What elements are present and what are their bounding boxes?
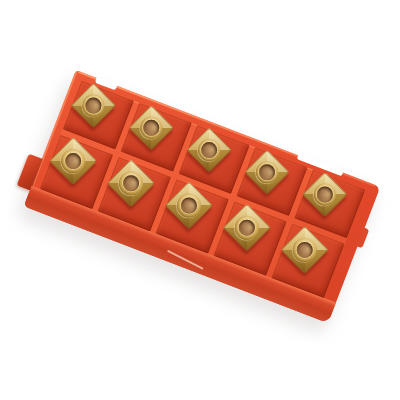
- insert-center-hole: [62, 150, 85, 173]
- carbide-insert: [49, 137, 97, 185]
- product-photo: [0, 0, 400, 400]
- insert-center-hole: [293, 239, 316, 262]
- insert-center-hole: [314, 183, 337, 206]
- side-flange-tab: [17, 154, 43, 191]
- carbide-insert: [223, 204, 271, 252]
- carbide-insert: [281, 226, 329, 274]
- insert-center-hole: [256, 161, 279, 184]
- insert-center-hole: [235, 217, 258, 240]
- carbide-insert: [129, 105, 174, 150]
- right-edge-tab: [356, 228, 369, 249]
- carbide-insert: [302, 172, 347, 217]
- insert-center-hole: [198, 139, 221, 162]
- carbide-insert: [107, 159, 155, 207]
- carbide-insert: [165, 182, 213, 230]
- carbide-insert: [244, 150, 289, 195]
- insert-center-hole: [178, 194, 201, 217]
- insert-center-hole: [82, 94, 105, 117]
- carbide-insert: [187, 127, 232, 172]
- insert-center-hole: [120, 172, 143, 195]
- carbide-insert: [71, 83, 116, 128]
- insert-center-hole: [140, 117, 163, 140]
